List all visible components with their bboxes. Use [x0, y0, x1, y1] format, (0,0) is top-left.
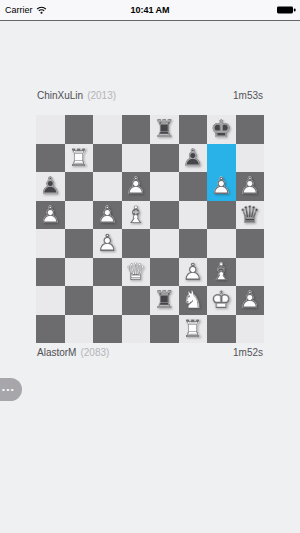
square-c2[interactable] — [93, 286, 122, 315]
square-g8[interactable]: ♚♔ — [207, 115, 236, 144]
black-king: ♚♔ — [207, 115, 236, 144]
square-f8[interactable] — [179, 115, 208, 144]
square-a2[interactable] — [36, 286, 65, 315]
square-c1[interactable] — [93, 315, 122, 344]
white-knight: ♞♘ — [179, 286, 208, 315]
square-b5[interactable] — [65, 201, 94, 230]
square-a6[interactable]: ♟♙ — [36, 172, 65, 201]
white-pawn: ♟♙ — [93, 201, 122, 230]
black-pawn: ♟♙ — [36, 172, 65, 201]
opponent-clock: 1m53s — [233, 90, 263, 101]
square-d1[interactable] — [122, 315, 151, 344]
square-b4[interactable] — [65, 229, 94, 258]
black-rook: ♜♖ — [150, 115, 179, 144]
square-g3[interactable]: ♝♗ — [207, 258, 236, 287]
square-f6[interactable] — [179, 172, 208, 201]
white-pawn: ♟♙ — [236, 172, 265, 201]
square-f5[interactable] — [179, 201, 208, 230]
black-rook: ♜♖ — [150, 286, 179, 315]
square-e5[interactable] — [150, 201, 179, 230]
square-f3[interactable]: ♟♙ — [179, 258, 208, 287]
square-e1[interactable] — [150, 315, 179, 344]
square-d3[interactable]: ♛♕ — [122, 258, 151, 287]
white-king: ♚♔ — [207, 286, 236, 315]
square-g2[interactable]: ♚♔ — [207, 286, 236, 315]
square-b1[interactable] — [65, 315, 94, 344]
square-c8[interactable] — [93, 115, 122, 144]
square-c7[interactable] — [93, 144, 122, 173]
square-d6[interactable]: ♟♙ — [122, 172, 151, 201]
opponent-name: ChinXuLin — [37, 90, 83, 101]
white-pawn: ♟♙ — [93, 229, 122, 258]
square-h7[interactable] — [236, 144, 265, 173]
square-b6[interactable] — [65, 172, 94, 201]
square-d7[interactable] — [122, 144, 151, 173]
white-bishop: ♝♗ — [122, 201, 151, 230]
square-g4[interactable] — [207, 229, 236, 258]
square-d4[interactable] — [122, 229, 151, 258]
opponent-rating: (2013) — [87, 90, 116, 101]
square-e6[interactable] — [150, 172, 179, 201]
square-c5[interactable]: ♟♙ — [93, 201, 122, 230]
square-f7[interactable]: ♟♙ — [179, 144, 208, 173]
app-screen: Carrier 10:41 AM ChinXuLin (2013) 1m53s — [0, 0, 300, 533]
chess-board: ♜♖♚♔♜♖♟♙♟♙♟♙♟♙♟♙♟♙♟♙♝♗♛♕♟♙♛♕♟♙♝♗♜♖♞♘♚♔♟♙… — [36, 115, 264, 343]
player-clock: 1m52s — [233, 347, 263, 358]
player-rating: (2083) — [80, 347, 109, 358]
square-e3[interactable] — [150, 258, 179, 287]
square-e4[interactable] — [150, 229, 179, 258]
white-pawn: ♟♙ — [36, 201, 65, 230]
square-d8[interactable] — [122, 115, 151, 144]
square-h1[interactable] — [236, 315, 265, 344]
square-f2[interactable]: ♞♘ — [179, 286, 208, 315]
square-g5[interactable] — [207, 201, 236, 230]
square-c6[interactable] — [93, 172, 122, 201]
white-pawn: ♟♙ — [122, 172, 151, 201]
square-g6[interactable]: ♟♙ — [207, 172, 236, 201]
square-d5[interactable]: ♝♗ — [122, 201, 151, 230]
black-pawn: ♟♙ — [179, 144, 208, 173]
square-b8[interactable] — [65, 115, 94, 144]
square-a1[interactable] — [36, 315, 65, 344]
square-b2[interactable] — [65, 286, 94, 315]
square-a8[interactable] — [36, 115, 65, 144]
white-pawn: ♟♙ — [207, 172, 236, 201]
square-e8[interactable]: ♜♖ — [150, 115, 179, 144]
white-rook: ♜♖ — [179, 315, 208, 344]
square-a5[interactable]: ♟♙ — [36, 201, 65, 230]
player-bar: AlastorM (2083) 1m52s — [37, 344, 263, 360]
square-a7[interactable] — [36, 144, 65, 173]
square-f1[interactable]: ♜♖ — [179, 315, 208, 344]
opponent-bar: ChinXuLin (2013) 1m53s — [37, 87, 263, 103]
square-h2[interactable]: ♟♙ — [236, 286, 265, 315]
square-h8[interactable] — [236, 115, 265, 144]
square-e2[interactable]: ♜♖ — [150, 286, 179, 315]
square-a3[interactable] — [36, 258, 65, 287]
battery-icon — [277, 6, 296, 14]
square-h3[interactable] — [236, 258, 265, 287]
square-e7[interactable] — [150, 144, 179, 173]
square-b7[interactable]: ♜♖ — [65, 144, 94, 173]
square-c3[interactable] — [93, 258, 122, 287]
status-bar: Carrier 10:41 AM — [0, 0, 300, 21]
square-g7[interactable] — [207, 144, 236, 173]
square-b3[interactable] — [65, 258, 94, 287]
menu-button[interactable]: ••• — [0, 378, 22, 401]
player-name: AlastorM — [37, 347, 76, 358]
white-rook: ♜♖ — [65, 144, 94, 173]
white-bishop: ♝♗ — [207, 258, 236, 287]
square-c4[interactable]: ♟♙ — [93, 229, 122, 258]
square-d2[interactable] — [122, 286, 151, 315]
white-pawn: ♟♙ — [236, 286, 265, 315]
square-g1[interactable] — [207, 315, 236, 344]
square-f4[interactable] — [179, 229, 208, 258]
square-h6[interactable]: ♟♙ — [236, 172, 265, 201]
ellipsis-icon: ••• — [2, 386, 15, 394]
white-queen: ♛♕ — [122, 258, 151, 287]
square-h4[interactable] — [236, 229, 265, 258]
square-h5[interactable]: ♛♕ — [236, 201, 265, 230]
white-pawn: ♟♙ — [179, 258, 208, 287]
clock-time: 10:41 AM — [0, 5, 300, 15]
black-queen: ♛♕ — [236, 201, 265, 230]
square-a4[interactable] — [36, 229, 65, 258]
